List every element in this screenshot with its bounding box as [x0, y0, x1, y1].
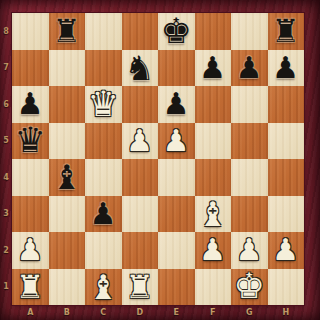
rank-label-6: 6: [0, 86, 12, 123]
black-pawn-piece: ♟: [163, 89, 190, 119]
square-g5[interactable]: [231, 123, 268, 160]
white-pawn-piece: ♟: [236, 235, 263, 265]
square-b6[interactable]: [49, 86, 86, 123]
square-b8[interactable]: ♜: [49, 13, 86, 50]
rank-label-7: 7: [0, 50, 12, 87]
file-label-a: A: [12, 305, 49, 320]
square-h4[interactable]: [268, 159, 305, 196]
file-label-b: B: [49, 305, 86, 320]
square-g4[interactable]: [231, 159, 268, 196]
square-f7[interactable]: ♟: [195, 50, 232, 87]
square-b1[interactable]: [49, 269, 86, 306]
black-pawn-piece: ♟: [272, 53, 299, 83]
square-c6[interactable]: ♛: [85, 86, 122, 123]
white-pawn-piece: ♟: [163, 126, 190, 156]
square-f3[interactable]: ♝: [195, 196, 232, 233]
square-f6[interactable]: [195, 86, 232, 123]
square-e2[interactable]: [158, 232, 195, 269]
square-a4[interactable]: [12, 159, 49, 196]
file-label-c: C: [85, 305, 122, 320]
square-g2[interactable]: ♟: [231, 232, 268, 269]
square-c4[interactable]: [85, 159, 122, 196]
rank-label-2: 2: [0, 232, 12, 269]
square-b4[interactable]: ♝: [49, 159, 86, 196]
black-king-piece: ♚: [161, 14, 192, 49]
white-rook-piece: ♜: [16, 271, 45, 303]
square-b2[interactable]: [49, 232, 86, 269]
rank-label-8: 8: [0, 13, 12, 50]
black-rook-piece: ♜: [271, 15, 300, 47]
square-d5[interactable]: ♟: [122, 123, 159, 160]
square-d1[interactable]: ♜: [122, 269, 159, 306]
rank-label-1: 1: [0, 269, 12, 306]
square-d7[interactable]: ♞: [122, 50, 159, 87]
square-e6[interactable]: ♟: [158, 86, 195, 123]
white-rook-piece: ♜: [125, 271, 154, 303]
white-pawn-piece: ♟: [272, 235, 299, 265]
file-label-d: D: [122, 305, 159, 320]
square-e5[interactable]: ♟: [158, 123, 195, 160]
square-c7[interactable]: [85, 50, 122, 87]
white-pawn-piece: ♟: [126, 126, 153, 156]
square-d3[interactable]: [122, 196, 159, 233]
square-d8[interactable]: [122, 13, 159, 50]
square-f8[interactable]: [195, 13, 232, 50]
square-a3[interactable]: [12, 196, 49, 233]
square-f1[interactable]: [195, 269, 232, 306]
rank-label-4: 4: [0, 159, 12, 196]
black-rook-piece: ♜: [52, 15, 81, 47]
square-d2[interactable]: [122, 232, 159, 269]
square-c2[interactable]: [85, 232, 122, 269]
white-queen-piece: ♛: [88, 87, 119, 122]
black-pawn-piece: ♟: [199, 53, 226, 83]
square-h8[interactable]: ♜: [268, 13, 305, 50]
square-c8[interactable]: [85, 13, 122, 50]
square-g3[interactable]: [231, 196, 268, 233]
chess-board-frame: ♜♚♜♞♟♟♟♟♛♟♛♟♟♝♟♝♟♟♟♟♜♝♜♚ 87654321 ABCDEF…: [0, 0, 320, 320]
square-h3[interactable]: [268, 196, 305, 233]
square-a5[interactable]: ♛: [12, 123, 49, 160]
square-c3[interactable]: ♟: [85, 196, 122, 233]
square-h6[interactable]: [268, 86, 305, 123]
rank-label-3: 3: [0, 196, 12, 233]
square-a8[interactable]: [12, 13, 49, 50]
square-a2[interactable]: ♟: [12, 232, 49, 269]
square-e8[interactable]: ♚: [158, 13, 195, 50]
square-h2[interactable]: ♟: [268, 232, 305, 269]
square-a7[interactable]: [12, 50, 49, 87]
square-b7[interactable]: [49, 50, 86, 87]
file-label-h: H: [268, 305, 305, 320]
square-e1[interactable]: [158, 269, 195, 306]
black-pawn-piece: ♟: [236, 53, 263, 83]
black-bishop-piece: ♝: [52, 160, 82, 194]
black-knight-piece: ♞: [125, 51, 155, 85]
white-pawn-piece: ♟: [199, 235, 226, 265]
square-h5[interactable]: [268, 123, 305, 160]
square-d6[interactable]: [122, 86, 159, 123]
square-f4[interactable]: [195, 159, 232, 196]
file-label-e: E: [158, 305, 195, 320]
file-label-f: F: [195, 305, 232, 320]
square-g1[interactable]: ♚: [231, 269, 268, 306]
square-d4[interactable]: [122, 159, 159, 196]
rank-label-5: 5: [0, 123, 12, 160]
square-e3[interactable]: [158, 196, 195, 233]
square-f2[interactable]: ♟: [195, 232, 232, 269]
square-a1[interactable]: ♜: [12, 269, 49, 306]
square-a6[interactable]: ♟: [12, 86, 49, 123]
square-g6[interactable]: [231, 86, 268, 123]
square-g8[interactable]: [231, 13, 268, 50]
square-c5[interactable]: [85, 123, 122, 160]
white-pawn-piece: ♟: [17, 235, 44, 265]
white-bishop-piece: ♝: [198, 197, 228, 231]
square-c1[interactable]: ♝: [85, 269, 122, 306]
square-g7[interactable]: ♟: [231, 50, 268, 87]
file-label-g: G: [231, 305, 268, 320]
square-e7[interactable]: [158, 50, 195, 87]
square-b3[interactable]: [49, 196, 86, 233]
white-bishop-piece: ♝: [88, 270, 118, 304]
black-queen-piece: ♛: [15, 123, 46, 158]
square-f5[interactable]: [195, 123, 232, 160]
square-h7[interactable]: ♟: [268, 50, 305, 87]
white-king-piece: ♚: [234, 269, 265, 304]
chess-board: ♜♚♜♞♟♟♟♟♛♟♛♟♟♝♟♝♟♟♟♟♜♝♜♚: [12, 13, 304, 305]
black-pawn-piece: ♟: [90, 199, 117, 229]
square-e4[interactable]: [158, 159, 195, 196]
black-pawn-piece: ♟: [17, 89, 44, 119]
square-h1[interactable]: [268, 269, 305, 306]
square-b5[interactable]: [49, 123, 86, 160]
